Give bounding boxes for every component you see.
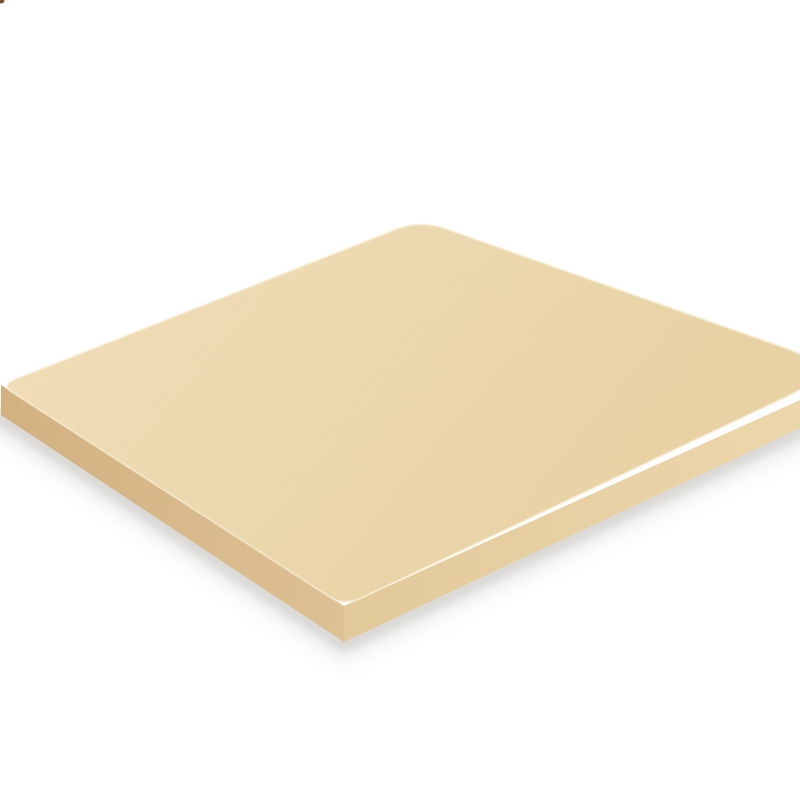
board-top-surface: [7, 225, 800, 602]
chess-set-photo: cayro ♜♞♝♛♚♝♞♜♟♟♟♟♟♟♟♟♟♟♟♟♟♟♟♟♜♞♝♛♚♝♞♜: [0, 0, 800, 800]
chess-board: cayro: [0, 0, 800, 800]
white-rook-h1[interactable]: ♜: [0, 0, 4, 3]
